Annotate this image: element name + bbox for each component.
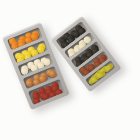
olive-token — [103, 62, 114, 72]
dark-red-token — [54, 88, 63, 97]
photo-of-game-trays — [0, 0, 140, 140]
tan-token — [48, 70, 57, 79]
